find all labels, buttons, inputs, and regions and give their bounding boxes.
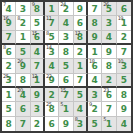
cage-sum: 20 [17,88,22,93]
cell-digit: 5 [34,19,40,28]
cell-digit: 6 [106,91,112,100]
cell-r8c3[interactable]: 3 [31,102,45,116]
cell-digit: 2 [20,19,26,28]
cell-digit: 3 [20,5,26,14]
cell-digit: 8 [6,120,12,129]
cage-sum: 15 [60,88,65,93]
cell-digit: 6 [121,5,127,14]
cell-digit: 1 [63,105,69,114]
cell-digit: 6 [34,33,40,42]
cell-r7c7[interactable]: 3 [88,88,102,102]
cell-r9c2[interactable]: 7 [16,117,30,131]
cell-r5c6[interactable]: 1 [74,59,88,73]
cell-digit: 9 [121,105,127,114]
cell-r2c7[interactable]: 8 [88,16,102,30]
cell-digit: 1 [121,19,127,28]
cell-r3c1[interactable]: 7 [2,31,16,45]
cell-digit: 1 [77,62,83,71]
cell-r7c9[interactable]: 8 [117,88,131,102]
cage-sum: 8 [17,16,20,21]
cell-digit: 3 [34,105,40,114]
cell-digit: 7 [77,76,83,85]
cell-r6c3[interactable]: 121 [31,74,45,88]
cell-digit: 3 [92,91,98,100]
cell-digit: 6 [77,19,83,28]
cell-r9c1[interactable]: 8 [2,117,16,131]
cell-r6c1[interactable]: 253 [2,74,16,88]
cell-r1c7[interactable]: 7 [88,2,102,16]
cell-r7c1[interactable]: 1 [2,88,16,102]
cell-r7c6[interactable]: 5 [74,88,88,102]
cell-digit: 2 [77,48,83,57]
cell-digit: 2 [49,91,55,100]
cell-r6c2[interactable]: 8 [16,74,30,88]
cell-digit: 7 [106,105,112,114]
cell-digit: 1 [92,48,98,57]
cell-digit: 2 [6,62,12,71]
cell-r1c5[interactable]: 242 [59,2,73,16]
cell-r4c1[interactable]: 86 [2,45,16,59]
cell-r9c7[interactable]: 5 [88,117,102,131]
cell-digit: 3 [49,48,55,57]
cell-r7c4[interactable]: 2 [45,88,59,102]
cell-r3c5[interactable]: 3 [59,31,73,45]
cell-digit: 1 [6,91,12,100]
cage-sum: 16 [3,16,8,21]
cell-r3c9[interactable]: 2 [117,31,131,45]
killer-sudoku-app: 7439812429726561698251174683191711568531… [0,0,133,133]
cell-digit: 9 [92,33,98,42]
cell-digit: 3 [121,62,127,71]
cell-digit: 9 [63,120,69,129]
cell-digit: 9 [49,76,55,85]
cell-r2c8[interactable]: 3 [102,16,116,30]
cell-r2c4[interactable]: 117 [45,16,59,30]
cell-r8c9[interactable]: 9 [117,102,131,116]
cell-r2c2[interactable]: 82 [16,16,30,30]
cell-digit: 6 [20,105,26,114]
cell-r5c4[interactable]: 4 [45,59,59,73]
cell-digit: 7 [6,33,12,42]
cell-digit: 1 [20,33,26,42]
cell-digit: 9 [6,19,12,28]
cell-r2c5[interactable]: 4 [59,16,73,30]
cell-digit: 2 [106,76,112,85]
cell-r6c4[interactable]: 229 [45,74,59,88]
cell-r1c6[interactable]: 9 [74,2,88,16]
cell-r8c8[interactable]: 7 [102,102,116,116]
cell-r7c3[interactable]: 9 [31,88,45,102]
cage-sum: 5 [60,102,63,107]
cell-digit: 5 [6,105,12,114]
cell-r4c2[interactable]: 5 [16,45,30,59]
cell-r5c1[interactable]: 2 [2,59,16,73]
cell-r9c5[interactable]: 9 [59,117,73,131]
cell-r4c6[interactable]: 2 [74,45,88,59]
cell-r3c7[interactable]: 9 [88,31,102,45]
cell-digit: 8 [92,19,98,28]
cell-digit: 4 [49,62,55,71]
cell-r4c7[interactable]: 1 [88,45,102,59]
cell-digit: 3 [106,19,112,28]
killer-sudoku-board: 7439812429726561698251174683191711568531… [0,0,133,133]
cage-sum: 8 [46,31,49,36]
cell-r5c3[interactable]: 7 [31,59,45,73]
cage-sum: 9 [32,2,35,7]
cell-digit: 9 [106,48,112,57]
cage-sum: 14 [46,45,51,50]
cell-r8c7[interactable]: 92 [88,102,102,116]
cage-sum: 8 [3,45,6,50]
cage-sum: 23 [103,88,108,93]
cell-digit: 9 [34,91,40,100]
cell-digit: 5 [49,33,55,42]
cell-digit: 8 [20,76,26,85]
cell-digit: 7 [34,62,40,71]
cage-sum: 9 [89,102,92,107]
cell-r2c1[interactable]: 169 [2,16,16,30]
cell-digit: 7 [92,5,98,14]
cell-r8c5[interactable]: 51 [59,102,73,116]
cell-digit: 2 [63,5,69,14]
cell-r7c8[interactable]: 236 [102,88,116,102]
cell-r6c7[interactable]: 4 [88,74,102,88]
cell-r4c4[interactable]: 143 [45,45,59,59]
cage-sum: 19 [118,16,123,21]
cell-r8c6[interactable]: 4 [74,102,88,116]
cell-digit: 3 [6,76,12,85]
cell-digit: 8 [121,91,127,100]
cell-r5c7[interactable]: 186 [88,59,102,73]
cage-sum: 5 [103,117,106,122]
cell-r2c3[interactable]: 5 [31,16,45,30]
cell-r1c9[interactable]: 6 [117,2,131,16]
cell-digit: 6 [92,62,98,71]
cell-r3c3[interactable]: 156 [31,31,45,45]
cell-r9c3[interactable]: 2 [31,117,45,131]
cell-digit: 2 [34,120,40,129]
cell-r4c8[interactable]: 9 [102,45,116,59]
cell-digit: 8 [106,62,112,71]
cell-digit: 7 [63,91,69,100]
cage-sum: 26 [17,59,22,64]
cell-digit: 4 [63,19,69,28]
cell-r4c5[interactable]: 8 [59,45,73,59]
cage-sum: 11 [46,16,51,21]
cage-sum: 12 [32,74,37,79]
cell-digit: 1 [34,76,40,85]
cell-r3c2[interactable]: 1 [16,31,30,45]
cell-digit: 1 [106,120,112,129]
cage-sum: 10 [118,59,123,64]
cell-digit: 8 [77,33,83,42]
cell-r5c5[interactable]: 5 [59,59,73,73]
cell-digit: 8 [34,5,40,14]
cell-r3c6[interactable]: 178 [74,31,88,45]
cell-digit: 4 [6,5,12,14]
cell-digit: 6 [63,76,69,85]
cell-r8c2[interactable]: 6 [16,102,30,116]
cell-digit: 5 [63,62,69,71]
cell-r1c8[interactable]: 265 [102,2,116,16]
cell-r9c4[interactable]: 6 [45,117,59,131]
cell-r2c6[interactable]: 6 [74,16,88,30]
cell-r9c9[interactable]: 4 [117,117,131,131]
cell-digit: 4 [20,91,26,100]
cell-digit: 4 [92,76,98,85]
cell-digit: 3 [63,33,69,42]
cell-digit: 5 [106,5,112,14]
cage-sum: 18 [89,59,94,64]
cell-r7c5[interactable]: 157 [59,88,73,102]
cell-r2c9[interactable]: 191 [117,16,131,30]
cell-r1c1[interactable]: 74 [2,2,16,16]
cell-digit: 3 [77,120,83,129]
cage-sum: 25 [3,74,8,79]
cell-r8c4[interactable]: 258 [45,102,59,116]
cell-r6c6[interactable]: 7 [74,74,88,88]
cell-digit: 6 [49,120,55,129]
cell-digit: 5 [121,76,127,85]
cell-digit: 2 [121,33,127,42]
cell-digit: 4 [106,33,112,42]
cell-digit: 1 [49,5,55,14]
cage-sum: 17 [75,31,80,36]
cell-r1c2[interactable]: 3 [16,2,30,16]
cell-r3c8[interactable]: 4 [102,31,116,45]
cell-r9c8[interactable]: 51 [102,117,116,131]
cell-r1c3[interactable]: 98 [31,2,45,16]
cell-digit: 5 [20,48,26,57]
cell-digit: 4 [121,120,127,129]
cell-r8c1[interactable]: 5 [2,102,16,116]
cage-sum: 8 [75,117,78,122]
cell-r5c9[interactable]: 103 [117,59,131,73]
cage-sum: 15 [32,31,37,36]
cage-sum: 24 [60,2,65,7]
cell-r3c4[interactable]: 85 [45,31,59,45]
cell-r9c6[interactable]: 83 [74,117,88,131]
cell-digit: 7 [20,120,26,129]
cell-r1c4[interactable]: 1 [45,2,59,16]
cell-r6c5[interactable]: 6 [59,74,73,88]
cell-r7c2[interactable]: 204 [16,88,30,102]
cage-sum: 7 [3,2,6,7]
cage-sum: 25 [46,102,51,107]
cage-sum: 22 [46,74,51,79]
cell-digit: 4 [34,48,40,57]
cell-r4c9[interactable]: 7 [117,45,131,59]
cage-sum: 26 [103,2,108,7]
cell-r4c3[interactable]: 4 [31,45,45,59]
cell-digit: 5 [92,120,98,129]
cell-r6c9[interactable]: 5 [117,74,131,88]
cell-digit: 9 [20,62,26,71]
cell-digit: 5 [77,91,83,100]
cell-r6c8[interactable]: 2 [102,74,116,88]
cell-digit: 7 [49,19,55,28]
cell-digit: 2 [92,105,98,114]
cell-digit: 4 [77,105,83,114]
cell-digit: 9 [77,5,83,14]
cell-digit: 8 [49,105,55,114]
cell-digit: 7 [121,48,127,57]
cell-digit: 6 [6,48,12,57]
cell-r5c8[interactable]: 8 [102,59,116,73]
cell-digit: 8 [63,48,69,57]
cell-r5c2[interactable]: 269 [16,59,30,73]
